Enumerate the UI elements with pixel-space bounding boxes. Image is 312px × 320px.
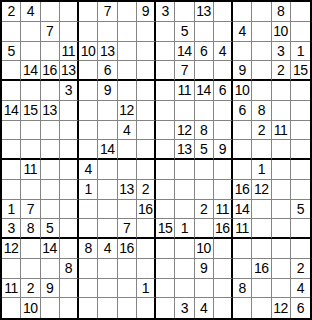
cell-empty-r7c6[interactable] bbox=[98, 121, 117, 141]
cell-empty-r13c2[interactable] bbox=[21, 239, 40, 259]
cell-empty-r8c14[interactable] bbox=[252, 140, 271, 160]
cell-empty-r3c3[interactable] bbox=[41, 42, 60, 62]
cell-empty-r4c12[interactable] bbox=[214, 61, 233, 81]
cell-empty-r9c6[interactable] bbox=[98, 160, 117, 180]
cell-empty-r4c14[interactable] bbox=[252, 61, 271, 81]
cell-given-r12c9: 15 bbox=[156, 219, 175, 239]
cell-given-r8c12: 9 bbox=[214, 140, 233, 160]
cell-empty-r15c4[interactable] bbox=[60, 279, 79, 299]
cell-empty-r2c1[interactable] bbox=[2, 22, 21, 42]
cell-given-r4c15: 2 bbox=[272, 61, 291, 81]
cell-given-r13c11: 10 bbox=[195, 239, 214, 259]
cell-given-r12c1: 3 bbox=[2, 219, 21, 239]
cell-empty-r14c8[interactable] bbox=[137, 259, 156, 279]
cell-empty-r3c2[interactable] bbox=[21, 42, 40, 62]
cell-empty-r10c12[interactable] bbox=[214, 180, 233, 200]
cell-given-r13c3: 14 bbox=[41, 239, 60, 259]
cell-empty-r15c12[interactable] bbox=[214, 279, 233, 299]
cell-empty-r14c3[interactable] bbox=[41, 259, 60, 279]
cell-given-r14c16: 2 bbox=[291, 259, 310, 279]
cell-empty-r9c1[interactable] bbox=[2, 160, 21, 180]
cell-empty-r14c13[interactable] bbox=[233, 259, 252, 279]
cell-given-r3c11: 6 bbox=[195, 42, 214, 62]
cell-empty-r6c16[interactable] bbox=[291, 101, 310, 121]
cell-empty-r11c4[interactable] bbox=[60, 200, 79, 220]
cell-given-r10c7: 13 bbox=[118, 180, 137, 200]
cell-empty-r6c9[interactable] bbox=[156, 101, 175, 121]
cell-given-r13c5: 8 bbox=[79, 239, 98, 259]
cell-given-r11c1: 1 bbox=[2, 200, 21, 220]
cell-empty-r10c2[interactable] bbox=[21, 180, 40, 200]
cell-empty-r9c16[interactable] bbox=[291, 160, 310, 180]
cell-empty-r13c16[interactable] bbox=[291, 239, 310, 259]
sudoku-board: 2479313875410511101314643114161367921539… bbox=[0, 0, 312, 320]
cell-empty-r9c7[interactable] bbox=[118, 160, 137, 180]
cell-given-r16c16: 6 bbox=[291, 298, 310, 318]
cell-given-r3c10: 14 bbox=[175, 42, 194, 62]
cell-given-r8c6: 14 bbox=[98, 140, 117, 160]
cell-given-r5c4: 3 bbox=[60, 81, 79, 101]
cell-empty-r14c12[interactable] bbox=[214, 259, 233, 279]
cell-empty-r13c13[interactable] bbox=[233, 239, 252, 259]
cell-given-r7c11: 8 bbox=[195, 121, 214, 141]
cell-empty-r15c10[interactable] bbox=[175, 279, 194, 299]
cell-empty-r9c13[interactable] bbox=[233, 160, 252, 180]
cell-given-r8c10: 13 bbox=[175, 140, 194, 160]
cell-empty-r15c9[interactable] bbox=[156, 279, 175, 299]
cell-given-r16c2: 10 bbox=[21, 298, 40, 318]
cell-empty-r11c15[interactable] bbox=[272, 200, 291, 220]
cell-given-r3c12: 4 bbox=[214, 42, 233, 62]
cell-given-r10c5: 1 bbox=[79, 180, 98, 200]
cell-given-r1c2: 4 bbox=[21, 2, 40, 22]
cell-given-r1c8: 9 bbox=[137, 2, 156, 22]
cell-empty-r7c16[interactable] bbox=[291, 121, 310, 141]
cell-given-r10c13: 16 bbox=[233, 180, 252, 200]
cell-empty-r7c5[interactable] bbox=[79, 121, 98, 141]
cell-given-r6c14: 8 bbox=[252, 101, 271, 121]
cell-given-r2c3: 7 bbox=[41, 22, 60, 42]
cell-empty-r9c15[interactable] bbox=[272, 160, 291, 180]
cell-given-r9c5: 4 bbox=[79, 160, 98, 180]
cell-empty-r9c10[interactable] bbox=[175, 160, 194, 180]
cell-empty-r4c11[interactable] bbox=[195, 61, 214, 81]
cell-empty-r12c15[interactable] bbox=[272, 219, 291, 239]
cell-empty-r14c5[interactable] bbox=[79, 259, 98, 279]
cell-empty-r5c3[interactable] bbox=[41, 81, 60, 101]
cell-empty-r1c10[interactable] bbox=[175, 2, 194, 22]
cell-empty-r1c13[interactable] bbox=[233, 2, 252, 22]
cell-given-r2c15: 10 bbox=[272, 22, 291, 42]
cell-given-r7c15: 11 bbox=[272, 121, 291, 141]
cell-empty-r16c13[interactable] bbox=[233, 298, 252, 318]
cell-empty-r11c3[interactable] bbox=[41, 200, 60, 220]
cell-given-r9c14: 1 bbox=[252, 160, 271, 180]
cell-empty-r3c14[interactable] bbox=[252, 42, 271, 62]
cell-given-r10c14: 12 bbox=[252, 180, 271, 200]
cell-empty-r1c5[interactable] bbox=[79, 2, 98, 22]
cell-given-r11c16: 5 bbox=[291, 200, 310, 220]
cell-given-r4c10: 7 bbox=[175, 61, 194, 81]
cell-empty-r5c9[interactable] bbox=[156, 81, 175, 101]
cell-given-r12c3: 5 bbox=[41, 219, 60, 239]
cell-given-r6c7: 12 bbox=[118, 101, 137, 121]
cell-empty-r8c16[interactable] bbox=[291, 140, 310, 160]
cell-given-r5c6: 9 bbox=[98, 81, 117, 101]
cell-empty-r2c8[interactable] bbox=[137, 22, 156, 42]
cell-empty-r4c7[interactable] bbox=[118, 61, 137, 81]
cell-empty-r2c14[interactable] bbox=[252, 22, 271, 42]
cell-empty-r14c9[interactable] bbox=[156, 259, 175, 279]
cell-empty-r14c2[interactable] bbox=[21, 259, 40, 279]
cell-empty-r12c14[interactable] bbox=[252, 219, 271, 239]
cell-given-r12c13: 11 bbox=[233, 219, 252, 239]
cell-given-r3c1: 5 bbox=[2, 42, 21, 62]
cell-empty-r5c15[interactable] bbox=[272, 81, 291, 101]
cell-empty-r16c1[interactable] bbox=[2, 298, 21, 318]
cell-empty-r8c2[interactable] bbox=[21, 140, 40, 160]
cell-empty-r16c4[interactable] bbox=[60, 298, 79, 318]
cell-empty-r16c6[interactable] bbox=[98, 298, 117, 318]
cell-given-r11c12: 11 bbox=[214, 200, 233, 220]
cell-empty-r8c4[interactable] bbox=[60, 140, 79, 160]
cell-empty-r10c10[interactable] bbox=[175, 180, 194, 200]
cell-empty-r7c8[interactable] bbox=[137, 121, 156, 141]
cell-empty-r9c9[interactable] bbox=[156, 160, 175, 180]
cell-empty-r14c1[interactable] bbox=[2, 259, 21, 279]
cell-empty-r11c7[interactable] bbox=[118, 200, 137, 220]
cell-empty-r8c8[interactable] bbox=[137, 140, 156, 160]
cell-empty-r6c15[interactable] bbox=[272, 101, 291, 121]
cell-given-r7c7: 4 bbox=[118, 121, 137, 141]
cell-empty-r5c16[interactable] bbox=[291, 81, 310, 101]
cell-empty-r2c4[interactable] bbox=[60, 22, 79, 42]
cell-given-r6c13: 6 bbox=[233, 101, 252, 121]
cell-empty-r2c5[interactable] bbox=[79, 22, 98, 42]
cell-empty-r6c5[interactable] bbox=[79, 101, 98, 121]
cell-empty-r11c14[interactable] bbox=[252, 200, 271, 220]
cell-empty-r8c7[interactable] bbox=[118, 140, 137, 160]
cell-empty-r1c4[interactable] bbox=[60, 2, 79, 22]
cell-given-r16c10: 3 bbox=[175, 298, 194, 318]
cell-given-r6c3: 13 bbox=[41, 101, 60, 121]
cell-given-r2c10: 5 bbox=[175, 22, 194, 42]
cell-given-r5c13: 10 bbox=[233, 81, 252, 101]
cell-empty-r14c10[interactable] bbox=[175, 259, 194, 279]
cell-given-r5c10: 11 bbox=[175, 81, 194, 101]
cell-empty-r10c16[interactable] bbox=[291, 180, 310, 200]
cell-empty-r14c6[interactable] bbox=[98, 259, 117, 279]
cell-empty-r2c9[interactable] bbox=[156, 22, 175, 42]
cell-empty-r2c6[interactable] bbox=[98, 22, 117, 42]
cell-given-r15c8: 1 bbox=[137, 279, 156, 299]
cell-empty-r2c11[interactable] bbox=[195, 22, 214, 42]
cell-empty-r3c9[interactable] bbox=[156, 42, 175, 62]
cell-empty-r8c5[interactable] bbox=[79, 140, 98, 160]
cell-empty-r6c11[interactable] bbox=[195, 101, 214, 121]
cell-empty-r16c7[interactable] bbox=[118, 298, 137, 318]
cell-given-r8c11: 5 bbox=[195, 140, 214, 160]
cell-given-r10c8: 2 bbox=[137, 180, 156, 200]
cell-given-r16c11: 4 bbox=[195, 298, 214, 318]
cell-given-r4c16: 15 bbox=[291, 61, 310, 81]
cell-empty-r10c15[interactable] bbox=[272, 180, 291, 200]
cell-given-r11c11: 2 bbox=[195, 200, 214, 220]
cell-empty-r2c2[interactable] bbox=[21, 22, 40, 42]
cell-empty-r15c5[interactable] bbox=[79, 279, 98, 299]
cell-empty-r13c9[interactable] bbox=[156, 239, 175, 259]
cell-empty-r2c7[interactable] bbox=[118, 22, 137, 42]
cell-empty-r1c12[interactable] bbox=[214, 2, 233, 22]
cell-empty-r11c9[interactable] bbox=[156, 200, 175, 220]
cell-empty-r12c8[interactable] bbox=[137, 219, 156, 239]
cell-given-r12c10: 1 bbox=[175, 219, 194, 239]
cell-empty-r6c4[interactable] bbox=[60, 101, 79, 121]
cell-given-r9c2: 11 bbox=[21, 160, 40, 180]
cell-given-r3c15: 3 bbox=[272, 42, 291, 62]
cell-empty-r11c10[interactable] bbox=[175, 200, 194, 220]
cell-empty-r16c14[interactable] bbox=[252, 298, 271, 318]
cell-empty-r15c15[interactable] bbox=[272, 279, 291, 299]
cell-given-r15c16: 4 bbox=[291, 279, 310, 299]
cell-given-r11c8: 16 bbox=[137, 200, 156, 220]
cell-empty-r16c12[interactable] bbox=[214, 298, 233, 318]
cell-empty-r8c3[interactable] bbox=[41, 140, 60, 160]
cell-empty-r12c6[interactable] bbox=[98, 219, 117, 239]
cell-given-r4c3: 16 bbox=[41, 61, 60, 81]
cell-empty-r15c11[interactable] bbox=[195, 279, 214, 299]
cell-empty-r5c8[interactable] bbox=[137, 81, 156, 101]
cell-empty-r6c10[interactable] bbox=[175, 101, 194, 121]
cell-empty-r7c13[interactable] bbox=[233, 121, 252, 141]
cell-empty-r5c7[interactable] bbox=[118, 81, 137, 101]
cell-empty-r16c8[interactable] bbox=[137, 298, 156, 318]
cell-empty-r8c13[interactable] bbox=[233, 140, 252, 160]
cell-empty-r7c12[interactable] bbox=[214, 121, 233, 141]
cell-empty-r12c11[interactable] bbox=[195, 219, 214, 239]
cell-empty-r5c14[interactable] bbox=[252, 81, 271, 101]
cell-empty-r7c1[interactable] bbox=[2, 121, 21, 141]
cell-empty-r4c8[interactable] bbox=[137, 61, 156, 81]
cell-empty-r15c14[interactable] bbox=[252, 279, 271, 299]
cell-empty-r12c16[interactable] bbox=[291, 219, 310, 239]
cell-empty-r8c1[interactable] bbox=[2, 140, 21, 160]
cell-empty-r1c7[interactable] bbox=[118, 2, 137, 22]
cell-given-r16c15: 12 bbox=[272, 298, 291, 318]
cell-empty-r7c3[interactable] bbox=[41, 121, 60, 141]
cell-given-r6c1: 14 bbox=[2, 101, 21, 121]
cell-empty-r10c3[interactable] bbox=[41, 180, 60, 200]
cell-empty-r12c4[interactable] bbox=[60, 219, 79, 239]
cell-empty-r11c5[interactable] bbox=[79, 200, 98, 220]
cell-given-r7c10: 12 bbox=[175, 121, 194, 141]
cell-empty-r8c9[interactable] bbox=[156, 140, 175, 160]
cell-given-r13c6: 4 bbox=[98, 239, 117, 259]
cell-empty-r5c5[interactable] bbox=[79, 81, 98, 101]
cell-empty-r13c8[interactable] bbox=[137, 239, 156, 259]
cell-given-r14c4: 8 bbox=[60, 259, 79, 279]
cell-given-r11c2: 7 bbox=[21, 200, 40, 220]
cell-given-r11c13: 14 bbox=[233, 200, 252, 220]
cell-given-r12c2: 8 bbox=[21, 219, 40, 239]
cell-given-r14c11: 9 bbox=[195, 259, 214, 279]
cell-empty-r9c3[interactable] bbox=[41, 160, 60, 180]
cell-empty-r10c11[interactable] bbox=[195, 180, 214, 200]
cell-empty-r3c7[interactable] bbox=[118, 42, 137, 62]
cell-empty-r11c6[interactable] bbox=[98, 200, 117, 220]
cell-given-r15c2: 2 bbox=[21, 279, 40, 299]
cell-empty-r9c12[interactable] bbox=[214, 160, 233, 180]
cell-empty-r1c16[interactable] bbox=[291, 2, 310, 22]
cell-given-r1c9: 3 bbox=[156, 2, 175, 22]
cell-given-r15c3: 9 bbox=[41, 279, 60, 299]
cell-empty-r15c6[interactable] bbox=[98, 279, 117, 299]
cell-empty-r6c6[interactable] bbox=[98, 101, 117, 121]
cell-empty-r1c14[interactable] bbox=[252, 2, 271, 22]
cell-given-r13c1: 12 bbox=[2, 239, 21, 259]
cell-empty-r4c5[interactable] bbox=[79, 61, 98, 81]
cell-empty-r10c4[interactable] bbox=[60, 180, 79, 200]
cell-empty-r1c3[interactable] bbox=[41, 2, 60, 22]
cell-empty-r5c2[interactable] bbox=[21, 81, 40, 101]
cell-empty-r4c9[interactable] bbox=[156, 61, 175, 81]
cell-given-r14c14: 16 bbox=[252, 259, 271, 279]
cell-empty-r15c7[interactable] bbox=[118, 279, 137, 299]
cell-empty-r9c8[interactable] bbox=[137, 160, 156, 180]
cell-empty-r10c9[interactable] bbox=[156, 180, 175, 200]
cell-given-r15c13: 8 bbox=[233, 279, 252, 299]
cell-empty-r3c8[interactable] bbox=[137, 42, 156, 62]
cell-empty-r9c4[interactable] bbox=[60, 160, 79, 180]
cell-empty-r16c5[interactable] bbox=[79, 298, 98, 318]
cell-given-r3c6: 13 bbox=[98, 42, 117, 62]
cell-empty-r4c1[interactable] bbox=[2, 61, 21, 81]
cell-empty-r13c15[interactable] bbox=[272, 239, 291, 259]
cell-given-r5c12: 6 bbox=[214, 81, 233, 101]
cell-given-r1c15: 8 bbox=[272, 2, 291, 22]
cell-given-r4c6: 6 bbox=[98, 61, 117, 81]
cell-given-r3c5: 10 bbox=[79, 42, 98, 62]
cell-given-r12c7: 7 bbox=[118, 219, 137, 239]
cell-empty-r3c13[interactable] bbox=[233, 42, 252, 62]
cell-given-r4c13: 9 bbox=[233, 61, 252, 81]
cell-empty-r16c3[interactable] bbox=[41, 298, 60, 318]
cell-empty-r10c6[interactable] bbox=[98, 180, 117, 200]
cell-given-r1c11: 13 bbox=[195, 2, 214, 22]
cell-given-r3c16: 1 bbox=[291, 42, 310, 62]
cell-given-r6c2: 15 bbox=[21, 101, 40, 121]
cell-empty-r9c11[interactable] bbox=[195, 160, 214, 180]
cell-empty-r13c12[interactable] bbox=[214, 239, 233, 259]
cell-given-r1c6: 7 bbox=[98, 2, 117, 22]
cell-given-r4c4: 13 bbox=[60, 61, 79, 81]
cell-given-r7c14: 2 bbox=[252, 121, 271, 141]
cell-given-r12c12: 16 bbox=[214, 219, 233, 239]
cell-empty-r2c16[interactable] bbox=[291, 22, 310, 42]
cell-given-r4c2: 14 bbox=[21, 61, 40, 81]
cell-empty-r14c15[interactable] bbox=[272, 259, 291, 279]
cell-empty-r10c1[interactable] bbox=[2, 180, 21, 200]
cell-given-r13c7: 16 bbox=[118, 239, 137, 259]
cell-given-r5c11: 14 bbox=[195, 81, 214, 101]
cell-empty-r8c15[interactable] bbox=[272, 140, 291, 160]
cell-empty-r6c8[interactable] bbox=[137, 101, 156, 121]
cell-empty-r12c5[interactable] bbox=[79, 219, 98, 239]
cell-empty-r7c9[interactable] bbox=[156, 121, 175, 141]
cell-empty-r2c12[interactable] bbox=[214, 22, 233, 42]
cell-empty-r7c2[interactable] bbox=[21, 121, 40, 141]
cell-empty-r16c9[interactable] bbox=[156, 298, 175, 318]
cell-empty-r5c1[interactable] bbox=[2, 81, 21, 101]
cell-given-r1c1: 2 bbox=[2, 2, 21, 22]
cell-empty-r7c4[interactable] bbox=[60, 121, 79, 141]
cell-given-r15c1: 11 bbox=[2, 279, 21, 299]
cell-given-r2c13: 4 bbox=[233, 22, 252, 42]
cell-empty-r13c14[interactable] bbox=[252, 239, 271, 259]
cell-empty-r13c4[interactable] bbox=[60, 239, 79, 259]
cell-empty-r13c10[interactable] bbox=[175, 239, 194, 259]
cell-empty-r6c12[interactable] bbox=[214, 101, 233, 121]
cell-given-r3c4: 11 bbox=[60, 42, 79, 62]
cell-empty-r14c7[interactable] bbox=[118, 259, 137, 279]
